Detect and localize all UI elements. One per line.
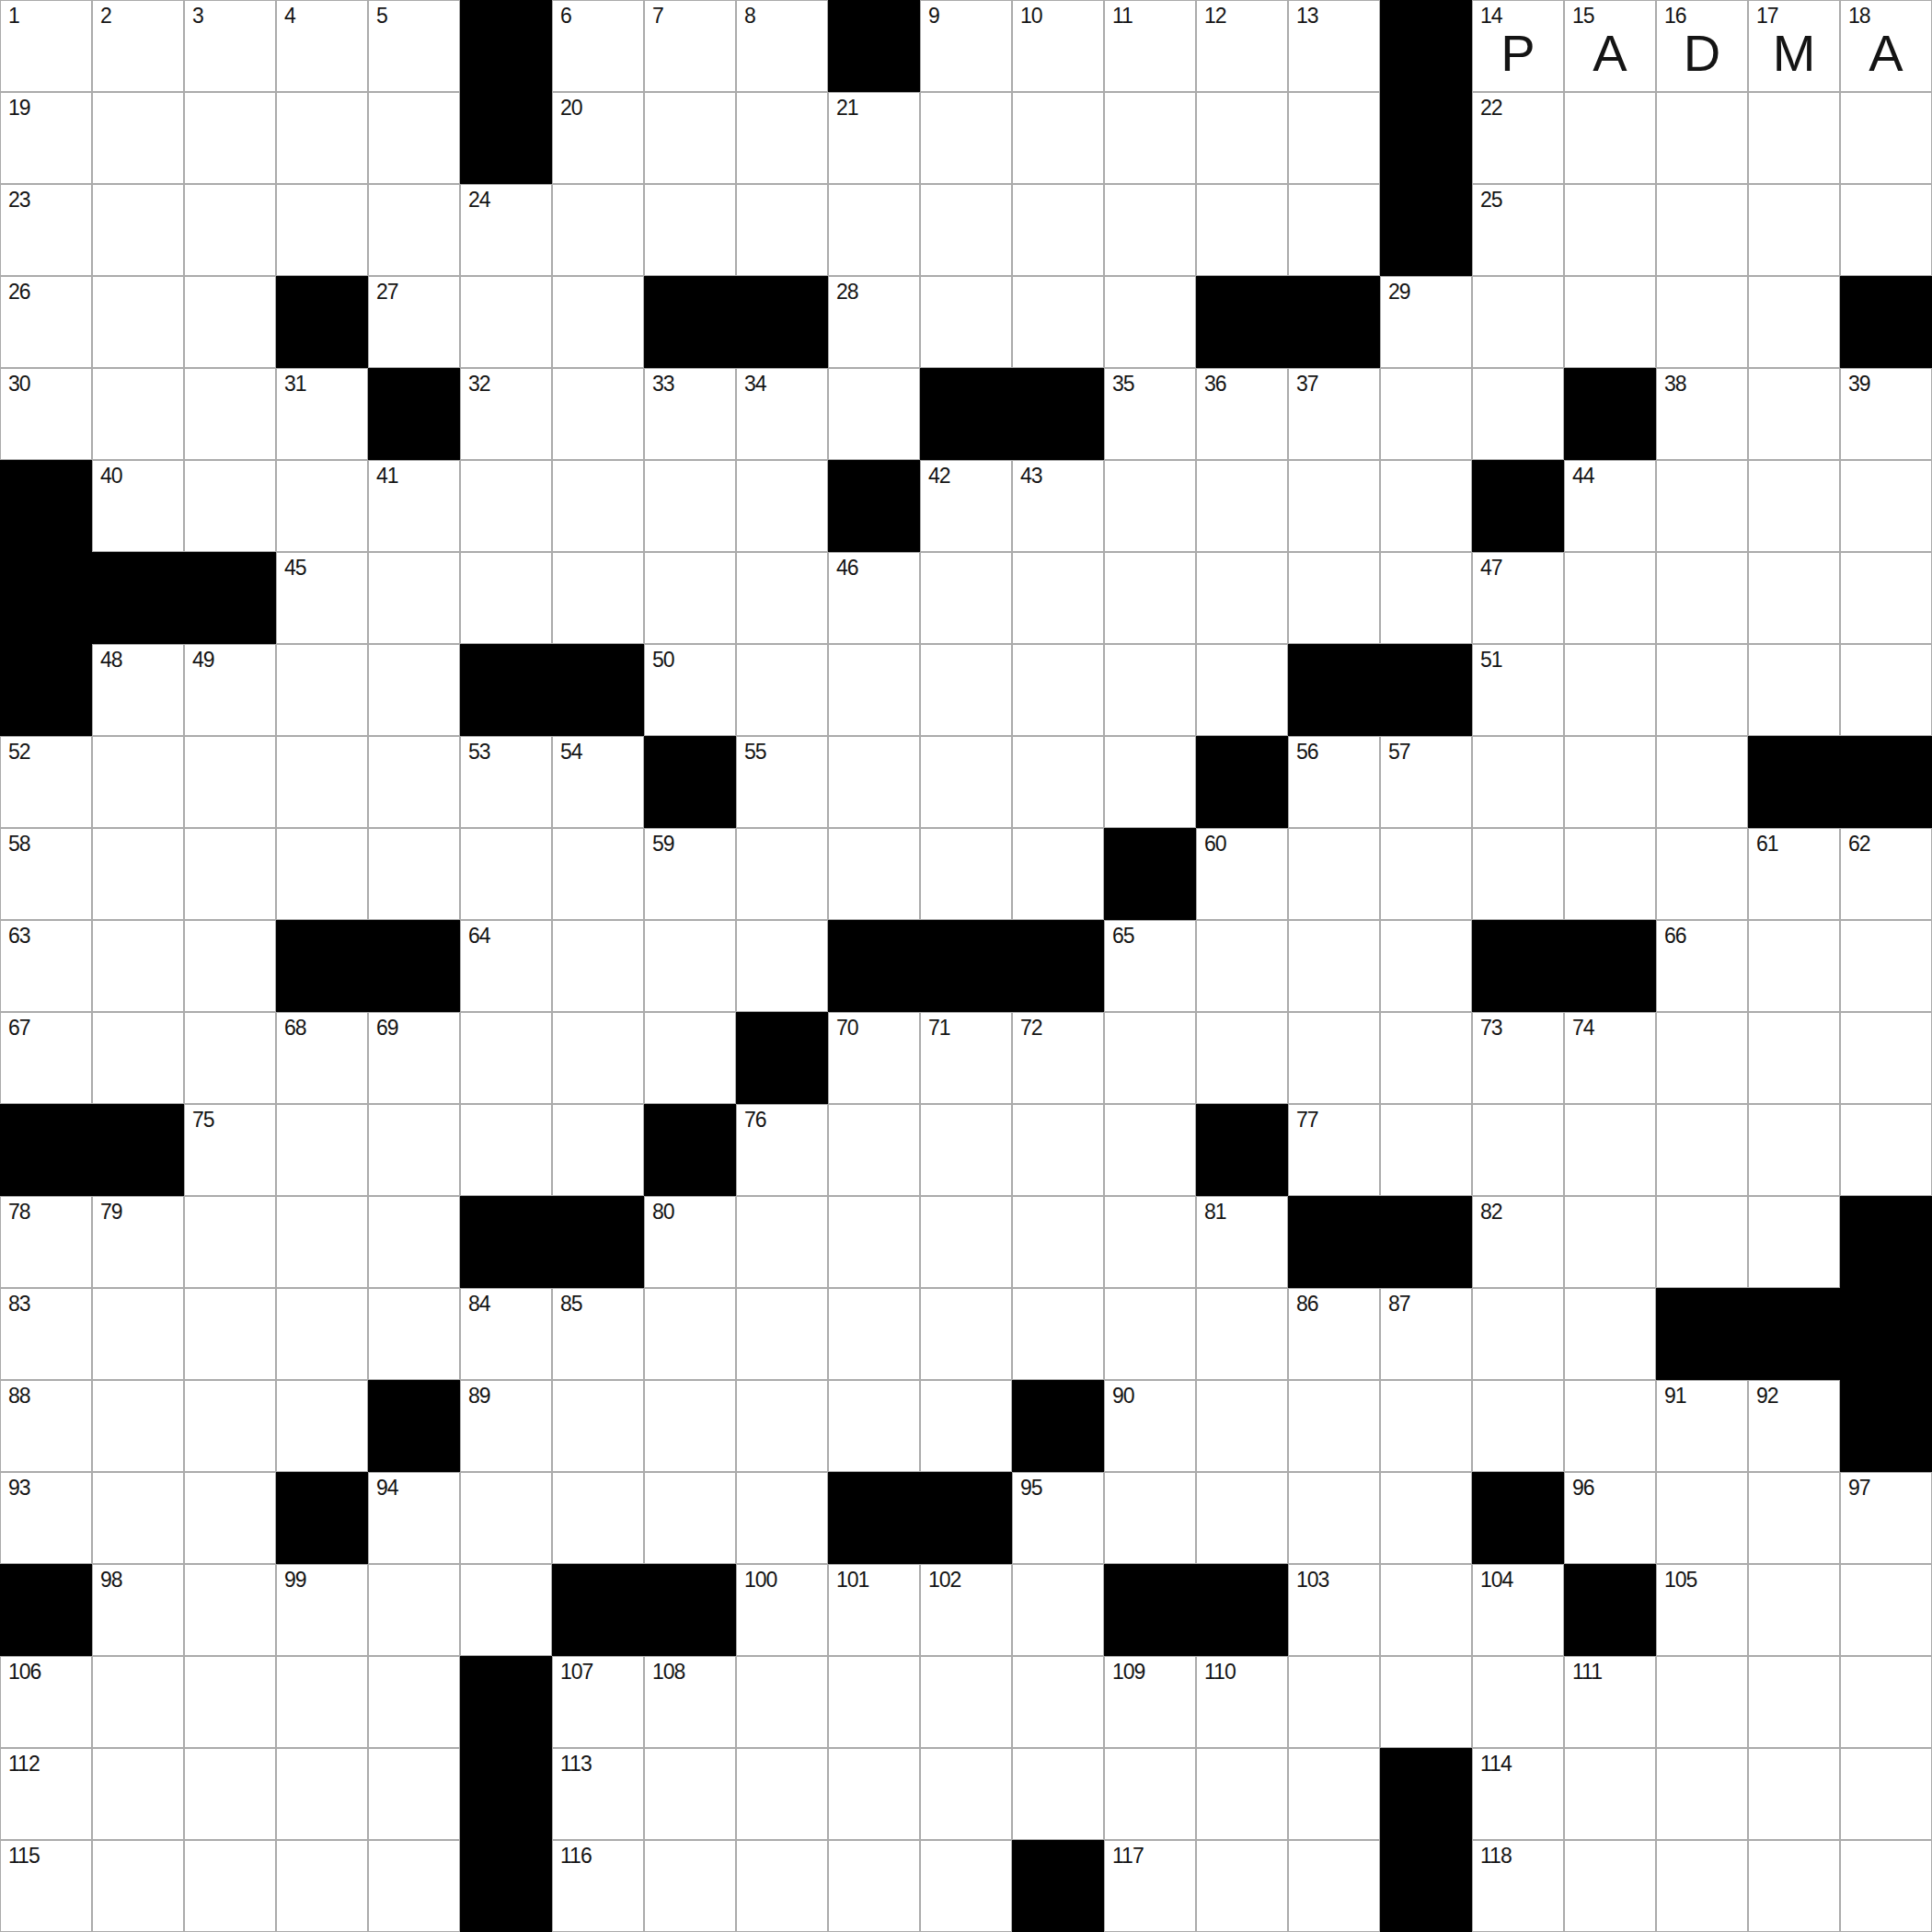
- cell-r12-c2[interactable]: [92, 1012, 184, 1104]
- cell-r21-c2[interactable]: [92, 1840, 184, 1932]
- cell-r11-c19[interactable]: 66: [1656, 920, 1748, 1012]
- cell-r15-c5[interactable]: [368, 1288, 460, 1380]
- cell-r2-c4[interactable]: [276, 92, 368, 184]
- cell-r4-c17[interactable]: [1472, 276, 1564, 368]
- cell-r15-c11[interactable]: [920, 1288, 1012, 1380]
- cell-r13-c5[interactable]: [368, 1104, 460, 1196]
- cell-r13-c3[interactable]: 75: [184, 1104, 276, 1196]
- cell-r10-c7[interactable]: [552, 828, 644, 920]
- cell-r9-c3[interactable]: [184, 736, 276, 828]
- cell-r7-c13[interactable]: [1104, 552, 1196, 644]
- cell-r6-c9[interactable]: [736, 460, 828, 552]
- cell-r5-c9[interactable]: 34: [736, 368, 828, 460]
- cell-r11-c20[interactable]: [1748, 920, 1840, 1012]
- cell-r4-c20[interactable]: [1748, 276, 1840, 368]
- cell-r2-c20[interactable]: [1748, 92, 1840, 184]
- cell-r18-c21[interactable]: [1840, 1564, 1932, 1656]
- cell-r13-c19[interactable]: [1656, 1104, 1748, 1196]
- cell-r4-c18[interactable]: [1564, 276, 1656, 368]
- cell-r21-c9[interactable]: [736, 1840, 828, 1932]
- cell-r4-c16[interactable]: 29: [1380, 276, 1472, 368]
- cell-r11-c7[interactable]: [552, 920, 644, 1012]
- cell-r13-c17[interactable]: [1472, 1104, 1564, 1196]
- cell-r17-c16[interactable]: [1380, 1472, 1472, 1564]
- cell-r8-c9[interactable]: [736, 644, 828, 736]
- cell-r3-c3[interactable]: [184, 184, 276, 276]
- cell-r14-c8[interactable]: 80: [644, 1196, 736, 1288]
- cell-r9-c10[interactable]: [828, 736, 920, 828]
- cell-r12-c15[interactable]: [1288, 1012, 1380, 1104]
- cell-r10-c20[interactable]: 61: [1748, 828, 1840, 920]
- cell-r3-c11[interactable]: [920, 184, 1012, 276]
- cell-r9-c7[interactable]: 54: [552, 736, 644, 828]
- cell-r7-c18[interactable]: [1564, 552, 1656, 644]
- cell-r4-c6[interactable]: [460, 276, 552, 368]
- cell-r6-c5[interactable]: 41: [368, 460, 460, 552]
- cell-r19-c19[interactable]: [1656, 1656, 1748, 1748]
- cell-r21-c10[interactable]: [828, 1840, 920, 1932]
- cell-r16-c11[interactable]: [920, 1380, 1012, 1472]
- cell-r2-c21[interactable]: [1840, 92, 1932, 184]
- cell-r5-c19[interactable]: 38: [1656, 368, 1748, 460]
- cell-r2-c2[interactable]: [92, 92, 184, 184]
- cell-r20-c4[interactable]: [276, 1748, 368, 1840]
- cell-r6-c21[interactable]: [1840, 460, 1932, 552]
- cell-r7-c20[interactable]: [1748, 552, 1840, 644]
- cell-r17-c15[interactable]: [1288, 1472, 1380, 1564]
- cell-r13-c18[interactable]: [1564, 1104, 1656, 1196]
- cell-r8-c8[interactable]: 50: [644, 644, 736, 736]
- cell-r20-c15[interactable]: [1288, 1748, 1380, 1840]
- cell-r6-c14[interactable]: [1196, 460, 1288, 552]
- cell-r21-c15[interactable]: [1288, 1840, 1380, 1932]
- cell-r13-c4[interactable]: [276, 1104, 368, 1196]
- cell-r7-c14[interactable]: [1196, 552, 1288, 644]
- cell-r15-c17[interactable]: [1472, 1288, 1564, 1380]
- cell-r16-c18[interactable]: [1564, 1380, 1656, 1472]
- cell-r2-c14[interactable]: [1196, 92, 1288, 184]
- cell-r14-c5[interactable]: [368, 1196, 460, 1288]
- cell-r17-c3[interactable]: [184, 1472, 276, 1564]
- cell-r18-c16[interactable]: [1380, 1564, 1472, 1656]
- cell-r6-c6[interactable]: [460, 460, 552, 552]
- cell-r16-c7[interactable]: [552, 1380, 644, 1472]
- cell-r2-c17[interactable]: 22: [1472, 92, 1564, 184]
- cell-r6-c12[interactable]: 43: [1012, 460, 1104, 552]
- cell-r7-c5[interactable]: [368, 552, 460, 644]
- cell-r17-c19[interactable]: [1656, 1472, 1748, 1564]
- cell-r8-c2[interactable]: 48: [92, 644, 184, 736]
- cell-r2-c13[interactable]: [1104, 92, 1196, 184]
- cell-r5-c14[interactable]: 36: [1196, 368, 1288, 460]
- cell-r1-c3[interactable]: 3: [184, 0, 276, 92]
- cell-r3-c9[interactable]: [736, 184, 828, 276]
- cell-r19-c17[interactable]: [1472, 1656, 1564, 1748]
- cell-r14-c3[interactable]: [184, 1196, 276, 1288]
- cell-r10-c8[interactable]: 59: [644, 828, 736, 920]
- cell-r16-c13[interactable]: 90: [1104, 1380, 1196, 1472]
- cell-r18-c10[interactable]: 101: [828, 1564, 920, 1656]
- cell-r5-c13[interactable]: 35: [1104, 368, 1196, 460]
- cell-r15-c1[interactable]: 83: [0, 1288, 92, 1380]
- cell-r21-c4[interactable]: [276, 1840, 368, 1932]
- cell-r7-c7[interactable]: [552, 552, 644, 644]
- cell-r17-c13[interactable]: [1104, 1472, 1196, 1564]
- cell-r7-c10[interactable]: 46: [828, 552, 920, 644]
- cell-r2-c10[interactable]: 21: [828, 92, 920, 184]
- cell-r12-c16[interactable]: [1380, 1012, 1472, 1104]
- cell-r17-c1[interactable]: 93: [0, 1472, 92, 1564]
- cell-r16-c9[interactable]: [736, 1380, 828, 1472]
- cell-r7-c6[interactable]: [460, 552, 552, 644]
- cell-r20-c1[interactable]: 112: [0, 1748, 92, 1840]
- cell-r12-c14[interactable]: [1196, 1012, 1288, 1104]
- cell-r10-c19[interactable]: [1656, 828, 1748, 920]
- cell-r5-c1[interactable]: 30: [0, 368, 92, 460]
- cell-r8-c10[interactable]: [828, 644, 920, 736]
- cell-r14-c19[interactable]: [1656, 1196, 1748, 1288]
- cell-r19-c10[interactable]: [828, 1656, 920, 1748]
- cell-r10-c16[interactable]: [1380, 828, 1472, 920]
- cell-r12-c17[interactable]: 73: [1472, 1012, 1564, 1104]
- cell-r1-c8[interactable]: 7: [644, 0, 736, 92]
- cell-r6-c20[interactable]: [1748, 460, 1840, 552]
- cell-r9-c1[interactable]: 52: [0, 736, 92, 828]
- cell-r20-c12[interactable]: [1012, 1748, 1104, 1840]
- cell-r10-c14[interactable]: 60: [1196, 828, 1288, 920]
- cell-r4-c12[interactable]: [1012, 276, 1104, 368]
- cell-r14-c1[interactable]: 78: [0, 1196, 92, 1288]
- cell-r1-c12[interactable]: 10: [1012, 0, 1104, 92]
- cell-r11-c21[interactable]: [1840, 920, 1932, 1012]
- cell-r21-c11[interactable]: [920, 1840, 1012, 1932]
- cell-r16-c10[interactable]: [828, 1380, 920, 1472]
- cell-r20-c2[interactable]: [92, 1748, 184, 1840]
- cell-r14-c11[interactable]: [920, 1196, 1012, 1288]
- cell-r12-c13[interactable]: [1104, 1012, 1196, 1104]
- cell-r14-c9[interactable]: [736, 1196, 828, 1288]
- cell-r18-c6[interactable]: [460, 1564, 552, 1656]
- cell-r7-c15[interactable]: [1288, 552, 1380, 644]
- cell-r14-c13[interactable]: [1104, 1196, 1196, 1288]
- cell-r2-c15[interactable]: [1288, 92, 1380, 184]
- cell-r21-c13[interactable]: 117: [1104, 1840, 1196, 1932]
- cell-r10-c17[interactable]: [1472, 828, 1564, 920]
- cell-r16-c1[interactable]: 88: [0, 1380, 92, 1472]
- cell-r7-c12[interactable]: [1012, 552, 1104, 644]
- cell-r6-c18[interactable]: 44: [1564, 460, 1656, 552]
- cell-r4-c19[interactable]: [1656, 276, 1748, 368]
- cell-r16-c6[interactable]: 89: [460, 1380, 552, 1472]
- cell-r21-c8[interactable]: [644, 1840, 736, 1932]
- cell-r21-c20[interactable]: [1748, 1840, 1840, 1932]
- cell-r10-c1[interactable]: 58: [0, 828, 92, 920]
- cell-r1-c11[interactable]: 9: [920, 0, 1012, 92]
- cell-r4-c1[interactable]: 26: [0, 276, 92, 368]
- cell-r2-c3[interactable]: [184, 92, 276, 184]
- cell-r13-c7[interactable]: [552, 1104, 644, 1196]
- cell-r14-c17[interactable]: 82: [1472, 1196, 1564, 1288]
- cell-r20-c21[interactable]: [1840, 1748, 1932, 1840]
- cell-r17-c21[interactable]: 97: [1840, 1472, 1932, 1564]
- cell-r10-c15[interactable]: [1288, 828, 1380, 920]
- cell-r17-c18[interactable]: 96: [1564, 1472, 1656, 1564]
- cell-r12-c4[interactable]: 68: [276, 1012, 368, 1104]
- cell-r11-c14[interactable]: [1196, 920, 1288, 1012]
- cell-r6-c15[interactable]: [1288, 460, 1380, 552]
- cell-r10-c11[interactable]: [920, 828, 1012, 920]
- cell-r19-c5[interactable]: [368, 1656, 460, 1748]
- cell-r6-c2[interactable]: 40: [92, 460, 184, 552]
- cell-r4-c2[interactable]: [92, 276, 184, 368]
- cell-r12-c19[interactable]: [1656, 1012, 1748, 1104]
- cell-r12-c21[interactable]: [1840, 1012, 1932, 1104]
- cell-r1-c7[interactable]: 6: [552, 0, 644, 92]
- cell-r3-c12[interactable]: [1012, 184, 1104, 276]
- cell-r18-c19[interactable]: 105: [1656, 1564, 1748, 1656]
- cell-r18-c17[interactable]: 104: [1472, 1564, 1564, 1656]
- cell-r9-c18[interactable]: [1564, 736, 1656, 828]
- cell-r5-c4[interactable]: 31: [276, 368, 368, 460]
- cell-r20-c5[interactable]: [368, 1748, 460, 1840]
- cell-r15-c3[interactable]: [184, 1288, 276, 1380]
- cell-r14-c10[interactable]: [828, 1196, 920, 1288]
- cell-r6-c11[interactable]: 42: [920, 460, 1012, 552]
- cell-r15-c7[interactable]: 85: [552, 1288, 644, 1380]
- cell-r12-c1[interactable]: 67: [0, 1012, 92, 1104]
- cell-r12-c3[interactable]: [184, 1012, 276, 1104]
- cell-r8-c18[interactable]: [1564, 644, 1656, 736]
- cell-r19-c21[interactable]: [1840, 1656, 1932, 1748]
- cell-r20-c7[interactable]: 113: [552, 1748, 644, 1840]
- cell-r10-c21[interactable]: 62: [1840, 828, 1932, 920]
- cell-r20-c9[interactable]: [736, 1748, 828, 1840]
- cell-r18-c20[interactable]: [1748, 1564, 1840, 1656]
- cell-r13-c13[interactable]: [1104, 1104, 1196, 1196]
- cell-r12-c5[interactable]: 69: [368, 1012, 460, 1104]
- cell-r15-c18[interactable]: [1564, 1288, 1656, 1380]
- cell-r17-c12[interactable]: 95: [1012, 1472, 1104, 1564]
- cell-r2-c12[interactable]: [1012, 92, 1104, 184]
- cell-r1-c17[interactable]: 14P: [1472, 0, 1564, 92]
- cell-r13-c9[interactable]: 76: [736, 1104, 828, 1196]
- cell-r20-c20[interactable]: [1748, 1748, 1840, 1840]
- cell-r19-c16[interactable]: [1380, 1656, 1472, 1748]
- cell-r13-c12[interactable]: [1012, 1104, 1104, 1196]
- cell-r16-c15[interactable]: [1288, 1380, 1380, 1472]
- cell-r17-c6[interactable]: [460, 1472, 552, 1564]
- cell-r19-c15[interactable]: [1288, 1656, 1380, 1748]
- cell-r10-c6[interactable]: [460, 828, 552, 920]
- cell-r3-c17[interactable]: 25: [1472, 184, 1564, 276]
- cell-r8-c4[interactable]: [276, 644, 368, 736]
- cell-r1-c21[interactable]: 18A: [1840, 0, 1932, 92]
- cell-r10-c9[interactable]: [736, 828, 828, 920]
- cell-r6-c16[interactable]: [1380, 460, 1472, 552]
- cell-r11-c9[interactable]: [736, 920, 828, 1012]
- cell-r14-c12[interactable]: [1012, 1196, 1104, 1288]
- cell-r8-c13[interactable]: [1104, 644, 1196, 736]
- cell-r14-c18[interactable]: [1564, 1196, 1656, 1288]
- cell-r10-c5[interactable]: [368, 828, 460, 920]
- cell-r19-c20[interactable]: [1748, 1656, 1840, 1748]
- cell-r8-c12[interactable]: [1012, 644, 1104, 736]
- cell-r11-c1[interactable]: 63: [0, 920, 92, 1012]
- cell-r12-c7[interactable]: [552, 1012, 644, 1104]
- cell-r16-c19[interactable]: 91: [1656, 1380, 1748, 1472]
- cell-r19-c13[interactable]: 109: [1104, 1656, 1196, 1748]
- cell-r19-c9[interactable]: [736, 1656, 828, 1748]
- cell-r8-c20[interactable]: [1748, 644, 1840, 736]
- cell-r2-c9[interactable]: [736, 92, 828, 184]
- cell-r20-c13[interactable]: [1104, 1748, 1196, 1840]
- cell-r9-c9[interactable]: 55: [736, 736, 828, 828]
- cell-r1-c9[interactable]: 8: [736, 0, 828, 92]
- cell-r1-c18[interactable]: 15A: [1564, 0, 1656, 92]
- cell-r21-c5[interactable]: [368, 1840, 460, 1932]
- cell-r1-c19[interactable]: 16D: [1656, 0, 1748, 92]
- cell-r9-c11[interactable]: [920, 736, 1012, 828]
- cell-r19-c4[interactable]: [276, 1656, 368, 1748]
- cell-r5-c8[interactable]: 33: [644, 368, 736, 460]
- cell-r2-c1[interactable]: 19: [0, 92, 92, 184]
- cell-r15-c2[interactable]: [92, 1288, 184, 1380]
- cell-r3-c1[interactable]: 23: [0, 184, 92, 276]
- cell-r15-c9[interactable]: [736, 1288, 828, 1380]
- cell-r11-c3[interactable]: [184, 920, 276, 1012]
- cell-r18-c3[interactable]: [184, 1564, 276, 1656]
- cell-r20-c19[interactable]: [1656, 1748, 1748, 1840]
- cell-r3-c8[interactable]: [644, 184, 736, 276]
- cell-r19-c12[interactable]: [1012, 1656, 1104, 1748]
- cell-r8-c3[interactable]: 49: [184, 644, 276, 736]
- cell-r5-c6[interactable]: 32: [460, 368, 552, 460]
- cell-r1-c15[interactable]: 13: [1288, 0, 1380, 92]
- cell-r3-c10[interactable]: [828, 184, 920, 276]
- cell-r5-c15[interactable]: 37: [1288, 368, 1380, 460]
- cell-r2-c19[interactable]: [1656, 92, 1748, 184]
- cell-r10-c12[interactable]: [1012, 828, 1104, 920]
- cell-r6-c19[interactable]: [1656, 460, 1748, 552]
- cell-r15-c10[interactable]: [828, 1288, 920, 1380]
- cell-r17-c5[interactable]: 94: [368, 1472, 460, 1564]
- cell-r17-c7[interactable]: [552, 1472, 644, 1564]
- cell-r11-c6[interactable]: 64: [460, 920, 552, 1012]
- cell-r11-c16[interactable]: [1380, 920, 1472, 1012]
- cell-r18-c12[interactable]: [1012, 1564, 1104, 1656]
- cell-r11-c13[interactable]: 65: [1104, 920, 1196, 1012]
- cell-r8-c5[interactable]: [368, 644, 460, 736]
- cell-r2-c7[interactable]: 20: [552, 92, 644, 184]
- cell-r20-c3[interactable]: [184, 1748, 276, 1840]
- cell-r20-c18[interactable]: [1564, 1748, 1656, 1840]
- cell-r9-c16[interactable]: 57: [1380, 736, 1472, 828]
- cell-r14-c4[interactable]: [276, 1196, 368, 1288]
- cell-r9-c17[interactable]: [1472, 736, 1564, 828]
- cell-r4-c10[interactable]: 28: [828, 276, 920, 368]
- cell-r12-c11[interactable]: 71: [920, 1012, 1012, 1104]
- cell-r20-c17[interactable]: 114: [1472, 1748, 1564, 1840]
- cell-r10-c3[interactable]: [184, 828, 276, 920]
- cell-r7-c9[interactable]: [736, 552, 828, 644]
- cell-r13-c16[interactable]: [1380, 1104, 1472, 1196]
- cell-r18-c2[interactable]: 98: [92, 1564, 184, 1656]
- cell-r1-c13[interactable]: 11: [1104, 0, 1196, 92]
- cell-r10-c18[interactable]: [1564, 828, 1656, 920]
- cell-r17-c8[interactable]: [644, 1472, 736, 1564]
- cell-r5-c21[interactable]: 39: [1840, 368, 1932, 460]
- cell-r17-c20[interactable]: [1748, 1472, 1840, 1564]
- cell-r5-c16[interactable]: [1380, 368, 1472, 460]
- cell-r9-c6[interactable]: 53: [460, 736, 552, 828]
- cell-r20-c11[interactable]: [920, 1748, 1012, 1840]
- cell-r9-c12[interactable]: [1012, 736, 1104, 828]
- cell-r15-c4[interactable]: [276, 1288, 368, 1380]
- cell-r16-c16[interactable]: [1380, 1380, 1472, 1472]
- cell-r11-c15[interactable]: [1288, 920, 1380, 1012]
- cell-r21-c14[interactable]: [1196, 1840, 1288, 1932]
- cell-r3-c14[interactable]: [1196, 184, 1288, 276]
- cell-r9-c2[interactable]: [92, 736, 184, 828]
- cell-r7-c16[interactable]: [1380, 552, 1472, 644]
- cell-r7-c19[interactable]: [1656, 552, 1748, 644]
- cell-r3-c2[interactable]: [92, 184, 184, 276]
- cell-r1-c14[interactable]: 12: [1196, 0, 1288, 92]
- cell-r12-c6[interactable]: [460, 1012, 552, 1104]
- cell-r15-c14[interactable]: [1196, 1288, 1288, 1380]
- cell-r19-c8[interactable]: 108: [644, 1656, 736, 1748]
- cell-r16-c2[interactable]: [92, 1380, 184, 1472]
- cell-r16-c14[interactable]: [1196, 1380, 1288, 1472]
- cell-r10-c4[interactable]: [276, 828, 368, 920]
- cell-r21-c19[interactable]: [1656, 1840, 1748, 1932]
- cell-r7-c21[interactable]: [1840, 552, 1932, 644]
- cell-r16-c3[interactable]: [184, 1380, 276, 1472]
- cell-r3-c4[interactable]: [276, 184, 368, 276]
- cell-r2-c11[interactable]: [920, 92, 1012, 184]
- cell-r7-c11[interactable]: [920, 552, 1012, 644]
- cell-r15-c13[interactable]: [1104, 1288, 1196, 1380]
- cell-r1-c1[interactable]: 1: [0, 0, 92, 92]
- cell-r12-c8[interactable]: [644, 1012, 736, 1104]
- cell-r8-c11[interactable]: [920, 644, 1012, 736]
- cell-r6-c4[interactable]: [276, 460, 368, 552]
- cell-r8-c17[interactable]: 51: [1472, 644, 1564, 736]
- cell-r18-c15[interactable]: 103: [1288, 1564, 1380, 1656]
- cell-r1-c20[interactable]: 17M: [1748, 0, 1840, 92]
- cell-r18-c5[interactable]: [368, 1564, 460, 1656]
- cell-r7-c4[interactable]: 45: [276, 552, 368, 644]
- cell-r5-c7[interactable]: [552, 368, 644, 460]
- cell-r3-c20[interactable]: [1748, 184, 1840, 276]
- cell-r16-c4[interactable]: [276, 1380, 368, 1472]
- cell-r3-c21[interactable]: [1840, 184, 1932, 276]
- cell-r15-c8[interactable]: [644, 1288, 736, 1380]
- cell-r21-c7[interactable]: 116: [552, 1840, 644, 1932]
- cell-r21-c1[interactable]: 115: [0, 1840, 92, 1932]
- cell-r9-c19[interactable]: [1656, 736, 1748, 828]
- cell-r5-c3[interactable]: [184, 368, 276, 460]
- cell-r13-c6[interactable]: [460, 1104, 552, 1196]
- cell-r21-c3[interactable]: [184, 1840, 276, 1932]
- cell-r8-c19[interactable]: [1656, 644, 1748, 736]
- cell-r17-c9[interactable]: [736, 1472, 828, 1564]
- cell-r5-c10[interactable]: [828, 368, 920, 460]
- cell-r10-c2[interactable]: [92, 828, 184, 920]
- cell-r12-c10[interactable]: 70: [828, 1012, 920, 1104]
- cell-r3-c19[interactable]: [1656, 184, 1748, 276]
- cell-r16-c20[interactable]: 92: [1748, 1380, 1840, 1472]
